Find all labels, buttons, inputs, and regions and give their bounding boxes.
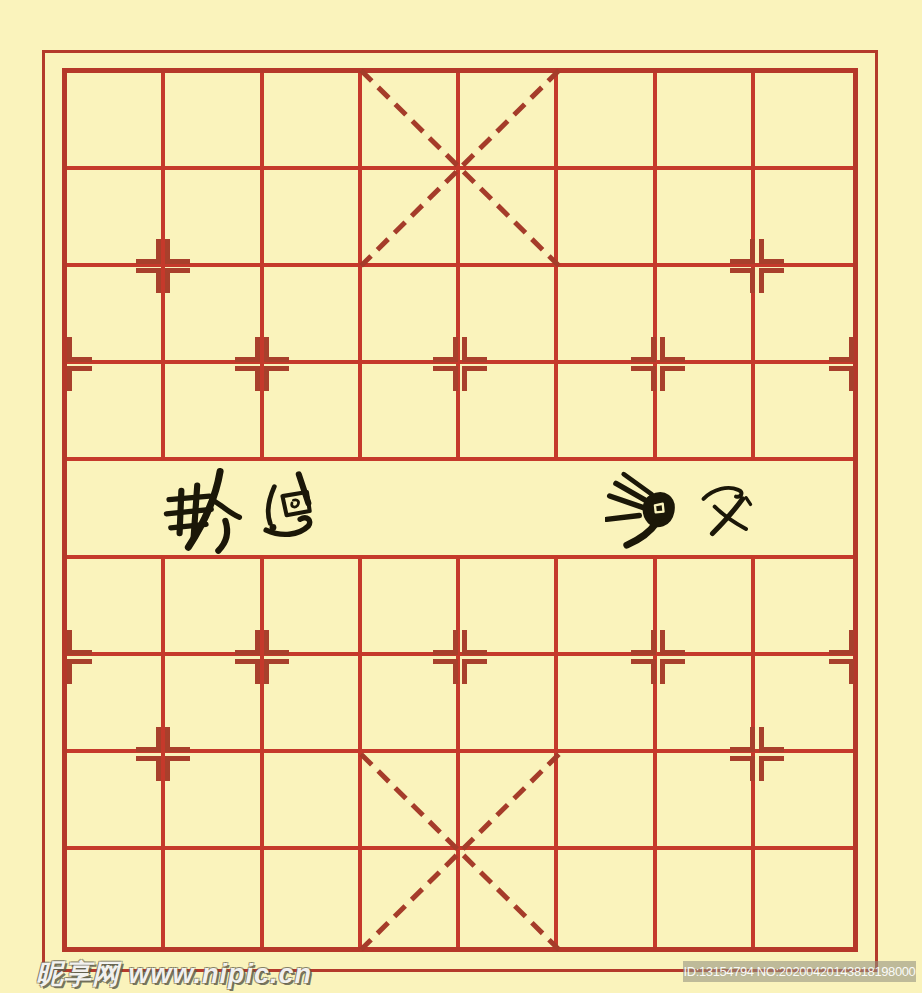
board-cell xyxy=(558,656,656,753)
board-cell xyxy=(755,170,853,267)
board-cell xyxy=(558,267,656,364)
board-cell xyxy=(362,73,460,170)
board-cell xyxy=(755,559,853,656)
board-cell xyxy=(362,753,460,850)
board-cell xyxy=(755,364,853,461)
board-cell xyxy=(165,753,263,850)
board-cell xyxy=(755,461,853,558)
board-cell xyxy=(67,461,165,558)
board-cell xyxy=(657,753,755,850)
board-cell xyxy=(165,170,263,267)
board-cell xyxy=(460,267,558,364)
board-cell xyxy=(67,753,165,850)
board-cell xyxy=(264,170,362,267)
xiangqi-board: 楚河 汉界 xyxy=(62,68,858,952)
jie-glyph-icon: 汉界 xyxy=(605,468,683,552)
board-cell xyxy=(657,364,755,461)
board-cell xyxy=(165,267,263,364)
board-cell xyxy=(755,267,853,364)
board-cell xyxy=(165,559,263,656)
board-cell xyxy=(558,364,656,461)
board-cell xyxy=(67,364,165,461)
board-cell xyxy=(362,559,460,656)
board-cell xyxy=(460,73,558,170)
board-cell xyxy=(362,656,460,753)
board-cell xyxy=(362,364,460,461)
board-cell xyxy=(67,170,165,267)
board-cell xyxy=(657,170,755,267)
board-cell xyxy=(67,267,165,364)
board-cell xyxy=(165,850,263,947)
chu-glyph-icon: 楚河 xyxy=(162,466,250,558)
board-cell xyxy=(558,559,656,656)
board-cell xyxy=(67,850,165,947)
han-glyph-icon xyxy=(699,472,755,548)
site-watermark: 昵享网 www.nipic.cn xyxy=(36,956,312,986)
board-cell xyxy=(165,364,263,461)
board-cell xyxy=(460,559,558,656)
board-cell xyxy=(460,753,558,850)
image-id-watermark: ID:13154794 NO:20200420143818198000 xyxy=(683,961,916,982)
board-cell xyxy=(362,170,460,267)
board-cell xyxy=(460,364,558,461)
board-cell xyxy=(657,850,755,947)
board-cell xyxy=(460,656,558,753)
board-cell xyxy=(460,170,558,267)
board-cell xyxy=(264,656,362,753)
board-cell xyxy=(460,850,558,947)
board-cell xyxy=(264,364,362,461)
he-glyph-icon xyxy=(258,464,326,550)
board-cell xyxy=(67,559,165,656)
board-cell xyxy=(755,656,853,753)
board-cell xyxy=(264,850,362,947)
board-cell xyxy=(558,170,656,267)
board-cell xyxy=(264,559,362,656)
board-cell xyxy=(264,267,362,364)
board-cell xyxy=(264,753,362,850)
board-cell xyxy=(755,73,853,170)
board-cell xyxy=(264,73,362,170)
board-cell xyxy=(67,656,165,753)
board-cell xyxy=(460,461,558,558)
board-cell xyxy=(362,461,460,558)
board-cell xyxy=(362,850,460,947)
board-cell xyxy=(362,267,460,364)
board-cell xyxy=(755,850,853,947)
xiangqi-board-page: 楚河 汉界 xyxy=(0,0,922,993)
board-cell xyxy=(558,850,656,947)
board-cell xyxy=(67,73,165,170)
board-cell xyxy=(165,656,263,753)
board-cell xyxy=(657,267,755,364)
board-cell xyxy=(657,73,755,170)
board-cell xyxy=(165,73,263,170)
board-cell xyxy=(657,559,755,656)
board-cell xyxy=(657,656,755,753)
board-cell xyxy=(755,753,853,850)
board-cell xyxy=(558,73,656,170)
board-cell xyxy=(558,753,656,850)
